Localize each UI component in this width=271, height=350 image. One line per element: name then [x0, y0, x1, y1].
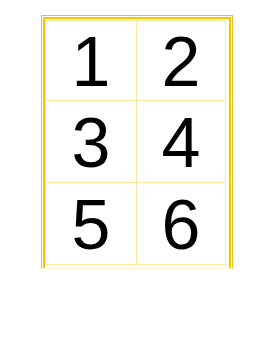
card-cell-2: 2 — [137, 21, 225, 100]
number-label: 4 — [162, 108, 201, 178]
number-label: 6 — [162, 190, 201, 260]
card-cell-1: 1 — [46, 21, 136, 100]
card-cell-4: 4 — [137, 101, 225, 182]
number-label: 3 — [72, 108, 111, 178]
card-cell-6: 6 — [137, 183, 225, 264]
card-frame: 1 2 3 4 5 6 — [41, 15, 233, 269]
flashcard-sheet: 1 2 3 4 5 6 — [0, 0, 271, 350]
card-cell-5: 5 — [46, 183, 136, 264]
number-label: 1 — [72, 27, 111, 97]
number-label: 5 — [72, 190, 111, 260]
number-grid: 1 2 3 4 5 6 — [45, 20, 226, 265]
number-label: 2 — [162, 27, 201, 97]
card-frame-inner: 1 2 3 4 5 6 — [43, 17, 231, 268]
card-cell-3: 3 — [46, 101, 136, 182]
